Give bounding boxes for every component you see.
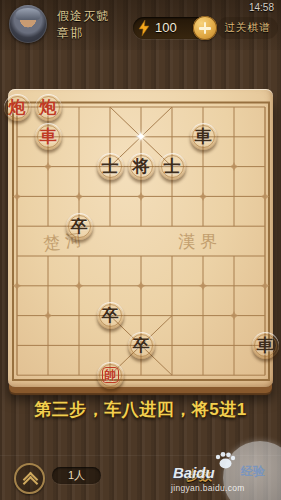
header-bar: 假途灭虢 章邯 14:58 100 过关棋谱 <box>0 0 281 50</box>
piece-black-soldier[interactable]: 卒 <box>66 213 93 240</box>
piece-black-advisor[interactable]: 士 <box>159 153 186 180</box>
kifu-button[interactable]: 过关棋谱 <box>217 17 278 39</box>
last-move-sparkle: ✦ <box>131 127 151 147</box>
piece-black-advisor[interactable]: 士 <box>97 153 124 180</box>
lightning-icon <box>137 20 151 36</box>
piece-black-soldier[interactable]: 卒 <box>97 302 124 329</box>
player-avatar[interactable] <box>9 5 47 43</box>
level-subtitle: 章邯 <box>57 25 83 42</box>
xiangqi-board[interactable]: 楚河 漢界 炮炮車車士将士卒卒卒車帥 ✦ <box>8 89 273 387</box>
steps-label: 步数 <box>186 467 212 485</box>
expand-up-button[interactable] <box>14 463 45 494</box>
move-annotation: 第三步，车八进四，将5进1 <box>0 398 281 421</box>
level-title: 假途灭虢 <box>57 8 109 25</box>
piece-red-king[interactable]: 帥 <box>97 362 124 389</box>
river-text-right: 漢界 <box>178 232 222 251</box>
baidu-jingyan-watermark: Baidu 经验 jingyan.baidu.com <box>161 451 281 500</box>
watermark-circle <box>223 441 281 500</box>
status-clock: 14:58 <box>249 2 274 13</box>
add-energy-button[interactable] <box>193 16 217 40</box>
piece-red-cannon[interactable]: 炮 <box>4 94 31 121</box>
piece-black-chariot[interactable]: 車 <box>190 123 217 150</box>
energy-pill: 100 <box>133 17 214 39</box>
xiangqi-app-screen: { "game": "xiangqi", "header": { "player… <box>0 0 281 500</box>
watermark-badge: 经验 <box>241 463 265 480</box>
piece-black-general[interactable]: 将 <box>128 153 155 180</box>
paw-icon <box>213 451 237 471</box>
piece-black-soldier[interactable]: 卒 <box>128 332 155 359</box>
energy-value: 100 <box>155 20 177 35</box>
piece-black-chariot[interactable]: 車 <box>252 332 279 359</box>
footer-bar: 1人 步数 Baidu 经验 jingyan.baidu.com <box>0 455 281 500</box>
players-count-pill[interactable]: 1人 <box>52 467 101 484</box>
piece-red-cannon[interactable]: 炮 <box>35 94 62 121</box>
piece-red-chariot[interactable]: 車 <box>35 123 62 150</box>
